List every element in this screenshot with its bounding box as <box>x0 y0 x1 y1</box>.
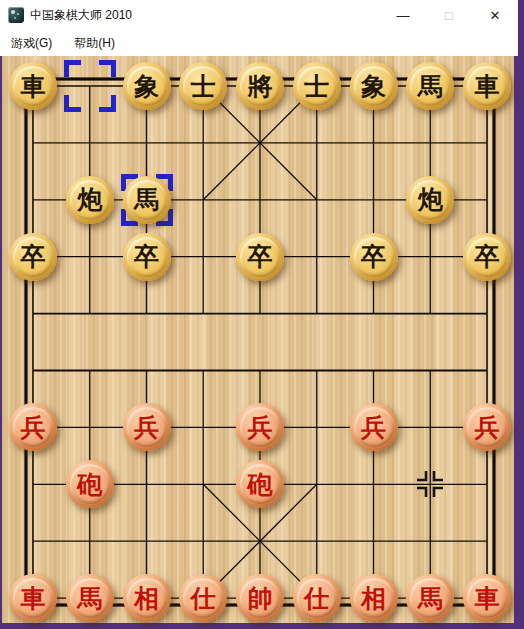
menubar: 游戏(G) 帮助(H) <box>0 30 518 56</box>
piece-black-cannon[interactable]: 炮 <box>406 176 454 224</box>
piece-glyph: 兵 <box>13 407 53 447</box>
piece-glyph: 車 <box>13 66 53 106</box>
app-window: 中国象棋大师 2010 — □ ✕ 游戏(G) 帮助(H) 車象士將士象馬車炮馬… <box>0 0 524 629</box>
piece-glyph: 相 <box>354 578 394 618</box>
piece-black-soldier[interactable]: 卒 <box>123 233 171 281</box>
piece-black-elephant[interactable]: 象 <box>350 62 398 110</box>
piece-red-general[interactable]: 帥 <box>236 574 284 622</box>
piece-black-cannon[interactable]: 炮 <box>66 176 114 224</box>
piece-red-advisor[interactable]: 仕 <box>179 574 227 622</box>
piece-glyph: 車 <box>13 578 53 618</box>
maximize-button: □ <box>426 0 472 30</box>
piece-black-soldier[interactable]: 卒 <box>236 233 284 281</box>
piece-glyph: 卒 <box>13 237 53 277</box>
crosshair-cursor <box>413 467 447 501</box>
piece-glyph: 卒 <box>240 237 280 277</box>
piece-red-cannon[interactable]: 砲 <box>66 460 114 508</box>
piece-glyph: 帥 <box>240 578 280 618</box>
xiangqi-board[interactable]: 車象士將士象馬車炮馬炮卒卒卒卒卒兵兵兵兵兵砲砲車馬相仕帥仕相馬車 <box>2 56 514 623</box>
piece-red-elephant[interactable]: 相 <box>123 574 171 622</box>
piece-red-chariot[interactable]: 車 <box>463 574 511 622</box>
piece-glyph: 馬 <box>410 66 450 106</box>
piece-black-advisor[interactable]: 士 <box>293 62 341 110</box>
piece-black-advisor[interactable]: 士 <box>179 62 227 110</box>
piece-glyph: 仕 <box>297 578 337 618</box>
piece-red-soldier[interactable]: 兵 <box>123 403 171 451</box>
piece-black-horse[interactable]: 馬 <box>406 62 454 110</box>
piece-red-cannon[interactable]: 砲 <box>236 460 284 508</box>
piece-glyph: 將 <box>240 66 280 106</box>
piece-red-advisor[interactable]: 仕 <box>293 574 341 622</box>
piece-glyph: 仕 <box>183 578 223 618</box>
piece-black-elephant[interactable]: 象 <box>123 62 171 110</box>
piece-glyph: 車 <box>467 66 507 106</box>
piece-red-horse[interactable]: 馬 <box>66 574 114 622</box>
piece-glyph: 象 <box>354 66 394 106</box>
menu-item-help[interactable]: 帮助(H) <box>72 33 117 54</box>
piece-glyph: 兵 <box>240 407 280 447</box>
piece-black-general[interactable]: 將 <box>236 62 284 110</box>
piece-glyph: 炮 <box>410 180 450 220</box>
piece-glyph: 炮 <box>70 180 110 220</box>
piece-red-soldier[interactable]: 兵 <box>350 403 398 451</box>
piece-black-soldier[interactable]: 卒 <box>9 233 57 281</box>
piece-glyph: 兵 <box>127 407 167 447</box>
piece-glyph: 車 <box>467 578 507 618</box>
piece-red-elephant[interactable]: 相 <box>350 574 398 622</box>
board-grid <box>2 56 514 623</box>
piece-glyph: 卒 <box>127 237 167 277</box>
piece-red-horse[interactable]: 馬 <box>406 574 454 622</box>
titlebar: 中国象棋大师 2010 — □ ✕ <box>0 0 518 30</box>
window-title: 中国象棋大师 2010 <box>30 7 132 24</box>
piece-glyph: 馬 <box>127 180 167 220</box>
piece-glyph: 馬 <box>70 578 110 618</box>
piece-black-soldier[interactable]: 卒 <box>350 233 398 281</box>
piece-black-chariot[interactable]: 車 <box>9 62 57 110</box>
piece-black-horse[interactable]: 馬 <box>123 176 171 224</box>
piece-glyph: 砲 <box>70 464 110 504</box>
piece-glyph: 士 <box>297 66 337 106</box>
piece-glyph: 兵 <box>354 407 394 447</box>
piece-red-chariot[interactable]: 車 <box>9 574 57 622</box>
piece-black-chariot[interactable]: 車 <box>463 62 511 110</box>
piece-glyph: 兵 <box>467 407 507 447</box>
piece-glyph: 象 <box>127 66 167 106</box>
close-button[interactable]: ✕ <box>472 0 518 30</box>
menu-item-game[interactable]: 游戏(G) <box>9 33 54 54</box>
piece-glyph: 卒 <box>354 237 394 277</box>
minimize-button[interactable]: — <box>380 0 426 30</box>
piece-glyph: 砲 <box>240 464 280 504</box>
last-move-from-marker <box>64 60 116 112</box>
app-icon <box>8 7 24 23</box>
piece-glyph: 士 <box>183 66 223 106</box>
piece-glyph: 相 <box>127 578 167 618</box>
piece-black-soldier[interactable]: 卒 <box>463 233 511 281</box>
piece-glyph: 馬 <box>410 578 450 618</box>
window-controls: — □ ✕ <box>380 0 518 30</box>
piece-glyph: 卒 <box>467 237 507 277</box>
